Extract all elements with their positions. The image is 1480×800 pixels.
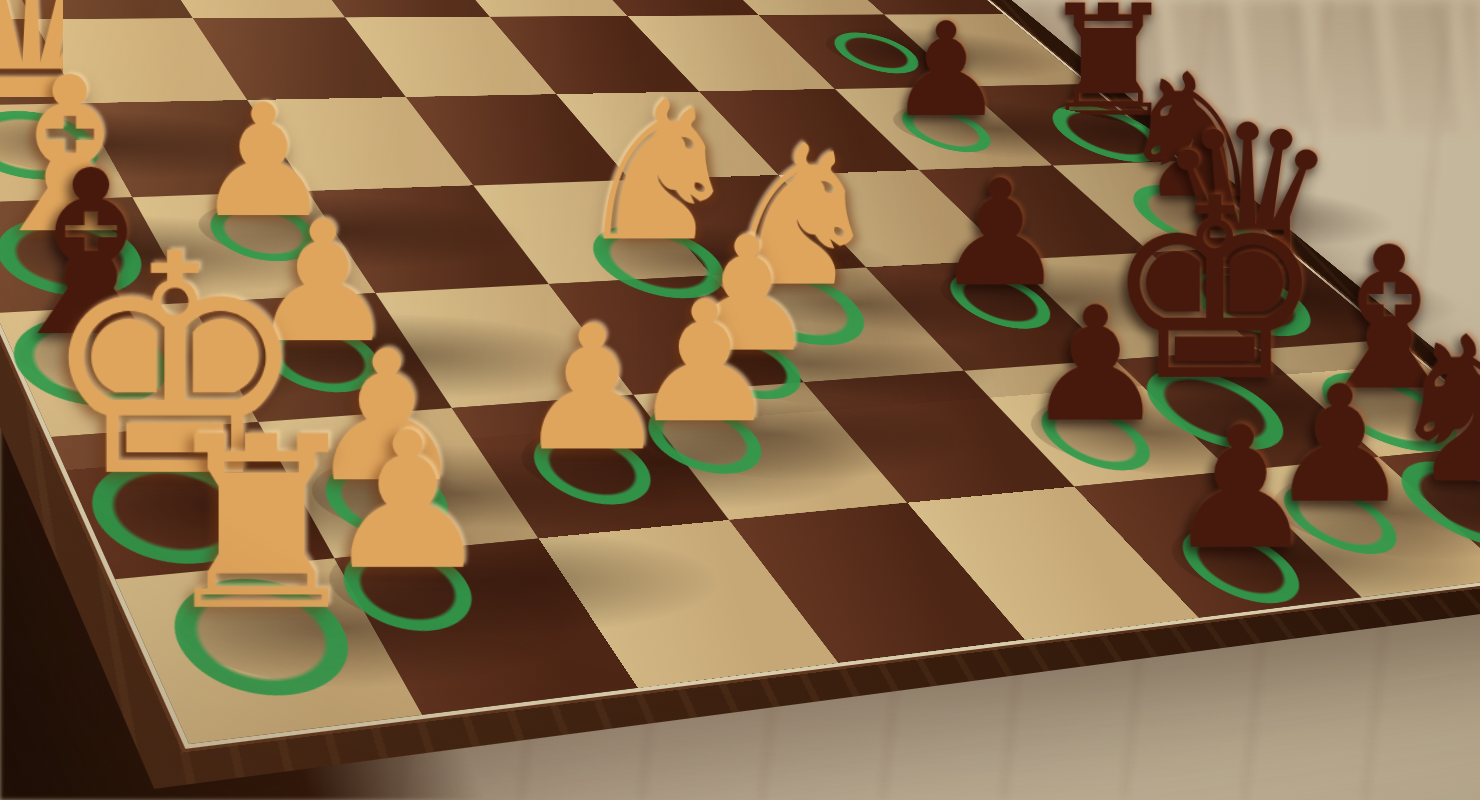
scene-vignette — [0, 0, 1480, 800]
chess-scene: ♟♛♟♜♝♟♞♞♝♟♟♞♟♛♚♟♟♟♟♚♝♜♟♟♟♞ — [0, 0, 1480, 800]
